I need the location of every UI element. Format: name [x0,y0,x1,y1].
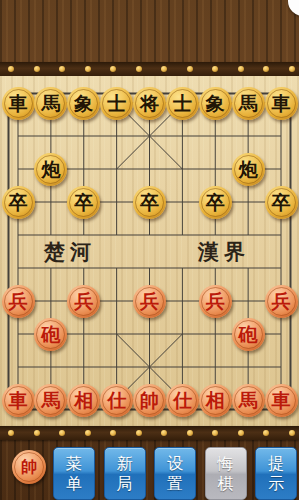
floating-button-circle[interactable] [288,0,299,16]
piece-black-horse[interactable]: 馬 [232,87,265,120]
stud-icon [289,430,295,436]
stud-icon [238,66,244,72]
new-game-button-label: 新局 [117,454,133,493]
stud-icon [289,66,295,72]
stud-icon [161,430,167,436]
new-game-button[interactable]: 新局 [104,447,146,500]
stud-icon [8,430,14,436]
piece-black-cannon[interactable]: 炮 [232,153,265,186]
toolbar: 菜单新局设置悔棋提示 [53,447,297,500]
piece-red-soldier[interactable]: 兵 [265,285,298,318]
piece-red-elephant[interactable]: 相 [67,384,100,417]
piece-red-chariot[interactable]: 車 [2,384,35,417]
piece-black-soldier[interactable]: 卒 [67,186,100,219]
settings-button-label: 设置 [167,454,183,493]
stud-icon [263,66,269,72]
red-general-button[interactable]: 帥 [12,450,46,484]
undo-button[interactable]: 悔棋 [205,447,247,500]
piece-black-elephant[interactable]: 象 [199,87,232,120]
stud-icon [187,66,193,72]
piece-red-advisor[interactable]: 仕 [100,384,133,417]
river-label-right: 漢界 [198,236,250,268]
stud-icon [85,66,91,72]
stud-icon [136,66,142,72]
piece-black-soldier[interactable]: 卒 [265,186,298,219]
stud-icon [59,66,65,72]
piece-black-soldier[interactable]: 卒 [199,186,232,219]
board-frame-bottom [0,426,299,440]
piece-red-soldier[interactable]: 兵 [2,285,35,318]
piece-red-cannon[interactable]: 砲 [232,318,265,351]
menu-button[interactable]: 菜单 [53,447,95,500]
piece-black-chariot[interactable]: 車 [265,87,298,120]
hint-button[interactable]: 提示 [255,447,297,500]
stud-icon [110,66,116,72]
stud-icon [110,430,116,436]
xiangqi-board[interactable]: 楚河 漢界 車馬象士将士象馬車炮炮卒卒卒卒卒兵兵兵兵兵砲砲車馬相仕帥仕相馬車 [0,76,299,426]
settings-button[interactable]: 设置 [154,447,196,500]
piece-black-soldier[interactable]: 卒 [133,186,166,219]
piece-black-horse[interactable]: 馬 [34,87,67,120]
piece-black-chariot[interactable]: 車 [2,87,35,120]
piece-red-advisor[interactable]: 仕 [166,384,199,417]
stud-icon [85,430,91,436]
stud-icon [136,430,142,436]
menu-button-label: 菜单 [66,454,82,493]
stud-icon [34,66,40,72]
piece-red-soldier[interactable]: 兵 [67,285,100,318]
xiangqi-app: 楚河 漢界 車馬象士将士象馬車炮炮卒卒卒卒卒兵兵兵兵兵砲砲車馬相仕帥仕相馬車 帥… [0,0,299,500]
piece-red-general[interactable]: 帥 [133,384,166,417]
board-frame-top [0,62,299,76]
piece-red-soldier[interactable]: 兵 [199,285,232,318]
stud-icon [263,430,269,436]
piece-red-horse[interactable]: 馬 [232,384,265,417]
stud-icon [187,430,193,436]
piece-black-advisor[interactable]: 士 [100,87,133,120]
undo-button-label: 悔棋 [218,454,234,493]
piece-black-advisor[interactable]: 士 [166,87,199,120]
river-label-left: 楚河 [44,236,96,268]
stud-icon [34,430,40,436]
piece-red-soldier[interactable]: 兵 [133,285,166,318]
hint-button-label: 提示 [268,454,284,493]
piece-red-elephant[interactable]: 相 [199,384,232,417]
piece-black-elephant[interactable]: 象 [67,87,100,120]
stud-icon [8,66,14,72]
stud-icon [212,430,218,436]
piece-red-horse[interactable]: 馬 [34,384,67,417]
stud-icon [238,430,244,436]
piece-red-cannon[interactable]: 砲 [34,318,67,351]
stud-icon [59,430,65,436]
piece-red-chariot[interactable]: 車 [265,384,298,417]
piece-black-cannon[interactable]: 炮 [34,153,67,186]
stud-icon [212,66,218,72]
stud-icon [161,66,167,72]
piece-black-soldier[interactable]: 卒 [2,186,35,219]
piece-black-general[interactable]: 将 [133,87,166,120]
